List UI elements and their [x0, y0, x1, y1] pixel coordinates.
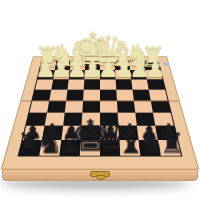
- square-f8[interactable]: ♝: [59, 140, 80, 156]
- square-f5[interactable]: [65, 101, 83, 113]
- square-a8[interactable]: ♜: [158, 140, 181, 156]
- square-a7[interactable]: ♟: [155, 126, 177, 140]
- square-c3[interactable]: [116, 79, 133, 89]
- square-d8[interactable]: ♛: [100, 140, 120, 156]
- square-d6[interactable]: [100, 113, 118, 126]
- square-f3[interactable]: [68, 79, 85, 89]
- square-d4[interactable]: [100, 90, 117, 101]
- square-e1[interactable]: ♚: [85, 61, 100, 70]
- square-a2[interactable]: ♟: [145, 70, 162, 79]
- square-b3[interactable]: [131, 79, 148, 89]
- square-d7[interactable]: ♟: [100, 126, 119, 140]
- square-g8[interactable]: ♞: [39, 140, 61, 156]
- square-e2[interactable]: ♟: [84, 70, 100, 79]
- square-b4[interactable]: [132, 90, 150, 101]
- square-g3[interactable]: [51, 79, 68, 89]
- blue-sticker: [163, 63, 170, 66]
- square-e4[interactable]: [83, 90, 100, 101]
- square-d5[interactable]: [100, 101, 118, 113]
- playing-area: ♜♞♝♚♛♝♞♜♟♟♟♟♟♟♟♟♟♟♟♟♟♟♟♟♜♞♝♚♛♝♞♜: [18, 61, 183, 157]
- square-g2[interactable]: ♟: [53, 70, 70, 79]
- square-g4[interactable]: [49, 90, 67, 101]
- square-c8[interactable]: ♝: [119, 140, 140, 156]
- square-e8[interactable]: ♚: [80, 140, 100, 156]
- square-a5[interactable]: [151, 101, 171, 113]
- square-c5[interactable]: [117, 101, 135, 113]
- fold-seam: [21, 100, 179, 101]
- chess-board: ♜♞♝♚♛♝♞♜♟♟♟♟♟♟♟♟♟♟♟♟♟♟♟♟♜♞♝♚♛♝♞♜: [1, 56, 200, 169]
- piece-white-rook: ♜: [140, 43, 166, 71]
- square-d1[interactable]: ♛: [100, 61, 115, 70]
- square-f1[interactable]: ♝: [70, 61, 86, 70]
- square-h4[interactable]: [32, 90, 51, 101]
- square-a3[interactable]: [147, 79, 165, 89]
- square-c6[interactable]: [118, 113, 137, 126]
- square-f4[interactable]: [66, 90, 84, 101]
- square-f6[interactable]: [63, 113, 82, 126]
- chess-set-photo: ♜♞♝♚♛♝♞♜♟♟♟♟♟♟♟♟♟♟♟♟♟♟♟♟♜♞♝♚♛♝♞♜: [0, 0, 200, 220]
- square-f2[interactable]: ♟: [69, 70, 85, 79]
- square-f7[interactable]: ♟: [61, 126, 81, 140]
- scene: ♜♞♝♚♛♝♞♜♟♟♟♟♟♟♟♟♟♟♟♟♟♟♟♟♜♞♝♚♛♝♞♜: [0, 0, 200, 220]
- square-c7[interactable]: ♟: [118, 126, 138, 140]
- square-g5[interactable]: [47, 101, 66, 113]
- square-b8[interactable]: ♞: [139, 140, 161, 156]
- square-c1[interactable]: ♝: [115, 61, 131, 70]
- square-b5[interactable]: [134, 101, 153, 113]
- square-e3[interactable]: [84, 79, 100, 89]
- brass-clasp-hasp-icon: [96, 175, 105, 180]
- square-e6[interactable]: [82, 113, 100, 126]
- square-c2[interactable]: ♟: [115, 70, 131, 79]
- square-d3[interactable]: [100, 79, 116, 89]
- square-b2[interactable]: ♟: [130, 70, 147, 79]
- board-front-edge: [2, 169, 198, 181]
- square-c4[interactable]: [116, 90, 134, 101]
- square-e7[interactable]: ♟: [81, 126, 100, 140]
- square-a6[interactable]: [153, 113, 174, 126]
- square-b1[interactable]: ♞: [129, 61, 145, 70]
- square-e5[interactable]: [82, 101, 100, 113]
- square-g1[interactable]: ♞: [55, 61, 71, 70]
- square-a4[interactable]: [149, 90, 168, 101]
- square-g6[interactable]: [45, 113, 65, 126]
- square-d2[interactable]: ♟: [100, 70, 116, 79]
- square-g7[interactable]: ♟: [42, 126, 63, 140]
- square-a1[interactable]: ♜: [144, 61, 161, 70]
